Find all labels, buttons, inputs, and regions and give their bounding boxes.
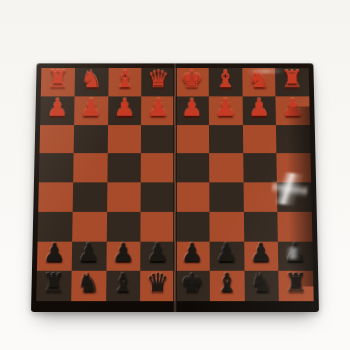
square-b4[interactable]: [72, 182, 107, 211]
square-c2[interactable]: ♟: [106, 241, 141, 271]
square-g7[interactable]: ♟: [242, 96, 276, 124]
square-g5[interactable]: [243, 153, 277, 182]
black-knight[interactable]: ♞: [250, 270, 274, 295]
black-king[interactable]: ♚: [181, 270, 204, 295]
square-a8[interactable]: ♜: [41, 68, 75, 96]
red-pawn[interactable]: ♟: [79, 95, 102, 119]
square-e3[interactable]: [175, 212, 209, 242]
scene: ♜♞♝♛♚♝♞♜♟♟♟♟♟♟♟♟♟♟♟♟♟♟♟♟♜♞♝♛♚♝♞♜: [0, 0, 350, 350]
square-g3[interactable]: [243, 212, 278, 242]
black-pawn[interactable]: ♟: [77, 240, 100, 265]
red-rook[interactable]: ♜: [281, 67, 304, 91]
square-e8[interactable]: ♚: [175, 68, 209, 96]
square-e5[interactable]: [175, 153, 209, 182]
square-e7[interactable]: ♟: [175, 96, 209, 124]
square-e6[interactable]: [175, 125, 209, 154]
square-h4[interactable]: [277, 182, 312, 211]
square-a2[interactable]: ♟: [37, 241, 72, 271]
square-d5[interactable]: [141, 153, 175, 182]
black-rook[interactable]: ♜: [42, 270, 66, 295]
square-d3[interactable]: [141, 212, 175, 242]
square-c1[interactable]: ♝: [106, 271, 141, 301]
square-h2[interactable]: ♟: [278, 241, 313, 271]
square-d7[interactable]: ♟: [141, 96, 175, 124]
square-g6[interactable]: [242, 125, 276, 154]
black-pawn[interactable]: ♟: [146, 240, 169, 265]
square-g8[interactable]: ♞: [242, 68, 276, 96]
board-frame: ♜♞♝♛♚♝♞♜♟♟♟♟♟♟♟♟♟♟♟♟♟♟♟♟♜♞♝♛♚♝♞♜: [31, 63, 319, 312]
square-g1[interactable]: ♞: [244, 271, 279, 301]
red-pawn[interactable]: ♟: [214, 95, 237, 119]
red-pawn[interactable]: ♟: [113, 95, 136, 119]
square-f3[interactable]: [209, 212, 244, 242]
square-h6[interactable]: [276, 125, 310, 154]
square-e2[interactable]: ♟: [175, 241, 210, 271]
black-pawn[interactable]: ♟: [215, 240, 238, 265]
black-rook[interactable]: ♜: [284, 270, 308, 295]
square-f8[interactable]: ♝: [208, 68, 242, 96]
black-pawn[interactable]: ♟: [249, 240, 272, 265]
red-pawn[interactable]: ♟: [281, 95, 304, 119]
square-a7[interactable]: ♟: [40, 96, 74, 124]
square-d2[interactable]: ♟: [140, 241, 175, 271]
square-h8[interactable]: ♜: [275, 68, 309, 96]
black-pawn[interactable]: ♟: [181, 240, 204, 265]
chessboard: ♜♞♝♛♚♝♞♜♟♟♟♟♟♟♟♟♟♟♟♟♟♟♟♟♜♞♝♛♚♝♞♜: [31, 63, 319, 312]
square-b3[interactable]: [72, 212, 107, 242]
square-c6[interactable]: [107, 125, 141, 154]
square-d1[interactable]: ♛: [140, 271, 175, 301]
square-a4[interactable]: [38, 182, 73, 211]
square-b6[interactable]: [73, 125, 107, 154]
square-c7[interactable]: ♟: [108, 96, 142, 124]
square-a1[interactable]: ♜: [36, 271, 71, 301]
square-c4[interactable]: [107, 182, 141, 211]
square-b8[interactable]: ♞: [74, 68, 108, 96]
red-pawn[interactable]: ♟: [147, 95, 170, 119]
square-g4[interactable]: [243, 182, 278, 211]
square-f6[interactable]: [209, 125, 243, 154]
square-f1[interactable]: ♝: [210, 271, 245, 301]
black-pawn[interactable]: ♟: [43, 240, 67, 265]
square-d8[interactable]: ♛: [141, 68, 175, 96]
square-e4[interactable]: [175, 182, 209, 211]
square-b1[interactable]: ♞: [71, 271, 106, 301]
black-bishop[interactable]: ♝: [215, 270, 238, 295]
square-c3[interactable]: [106, 212, 141, 242]
square-h1[interactable]: ♜: [279, 271, 314, 301]
square-g2[interactable]: ♟: [244, 241, 279, 271]
square-a3[interactable]: [38, 212, 73, 242]
square-c8[interactable]: ♝: [108, 68, 142, 96]
square-a5[interactable]: [39, 153, 74, 182]
square-f5[interactable]: [209, 153, 243, 182]
red-knight[interactable]: ♞: [80, 67, 103, 91]
square-f4[interactable]: [209, 182, 243, 211]
black-pawn[interactable]: ♟: [112, 240, 135, 265]
red-pawn[interactable]: ♟: [248, 95, 271, 119]
square-d4[interactable]: [141, 182, 175, 211]
red-bishop[interactable]: ♝: [214, 67, 237, 91]
red-king[interactable]: ♚: [180, 67, 203, 91]
square-f7[interactable]: ♟: [209, 96, 243, 124]
black-bishop[interactable]: ♝: [111, 270, 134, 295]
red-queen[interactable]: ♛: [147, 67, 170, 91]
square-h7[interactable]: ♟: [276, 96, 310, 124]
black-queen[interactable]: ♛: [146, 270, 169, 295]
square-a6[interactable]: [39, 125, 73, 154]
red-bishop[interactable]: ♝: [113, 67, 136, 91]
square-d6[interactable]: [141, 125, 175, 154]
board-fold-seam: [173, 63, 177, 312]
square-b2[interactable]: ♟: [71, 241, 106, 271]
red-knight[interactable]: ♞: [247, 67, 270, 91]
square-f2[interactable]: ♟: [209, 241, 244, 271]
square-h5[interactable]: [277, 153, 312, 182]
black-pawn[interactable]: ♟: [284, 240, 308, 265]
red-pawn[interactable]: ♟: [181, 95, 204, 119]
red-rook[interactable]: ♜: [46, 67, 69, 91]
square-e1[interactable]: ♚: [175, 271, 210, 301]
square-h3[interactable]: [278, 212, 313, 242]
square-b5[interactable]: [73, 153, 107, 182]
black-knight[interactable]: ♞: [77, 270, 101, 295]
square-c5[interactable]: [107, 153, 141, 182]
red-pawn[interactable]: ♟: [46, 95, 69, 119]
square-b7[interactable]: ♟: [74, 96, 108, 124]
